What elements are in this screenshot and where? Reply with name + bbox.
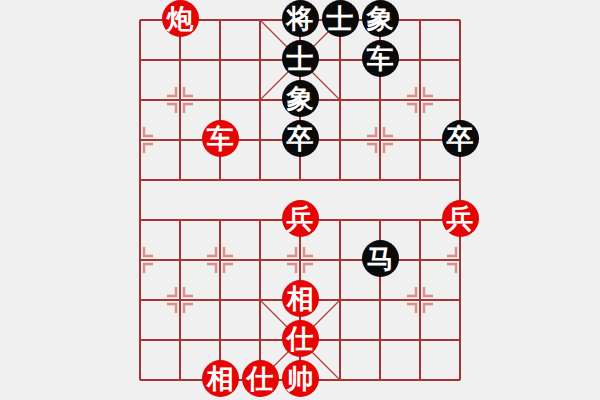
piece-red-pawn[interactable]: 兵 bbox=[282, 200, 319, 237]
piece-red-chariot[interactable]: 车 bbox=[202, 120, 239, 157]
piece-black-pawn[interactable]: 卒 bbox=[442, 120, 479, 157]
xiangqi-board: 炮将士象士车象车卒卒兵兵马相仕相仕帅 bbox=[0, 0, 600, 400]
piece-red-general[interactable]: 帅 bbox=[282, 360, 319, 397]
piece-black-pawn[interactable]: 卒 bbox=[282, 120, 319, 157]
piece-red-advisor[interactable]: 仕 bbox=[282, 320, 319, 357]
piece-black-advisor[interactable]: 士 bbox=[322, 0, 359, 37]
piece-red-pawn[interactable]: 兵 bbox=[442, 200, 479, 237]
piece-grid: 炮将士象士车象车卒卒兵兵马相仕相仕帅 bbox=[120, 0, 480, 400]
piece-black-advisor[interactable]: 士 bbox=[282, 40, 319, 77]
piece-black-horse[interactable]: 马 bbox=[362, 240, 399, 277]
piece-black-elephant[interactable]: 象 bbox=[362, 0, 399, 37]
piece-red-advisor[interactable]: 仕 bbox=[242, 360, 279, 397]
piece-red-cannon[interactable]: 炮 bbox=[162, 0, 199, 37]
piece-red-elephant[interactable]: 相 bbox=[202, 360, 239, 397]
piece-black-elephant[interactable]: 象 bbox=[282, 80, 319, 117]
piece-red-elephant[interactable]: 相 bbox=[282, 280, 319, 317]
piece-black-chariot[interactable]: 车 bbox=[362, 40, 399, 77]
piece-black-general[interactable]: 将 bbox=[282, 0, 319, 37]
